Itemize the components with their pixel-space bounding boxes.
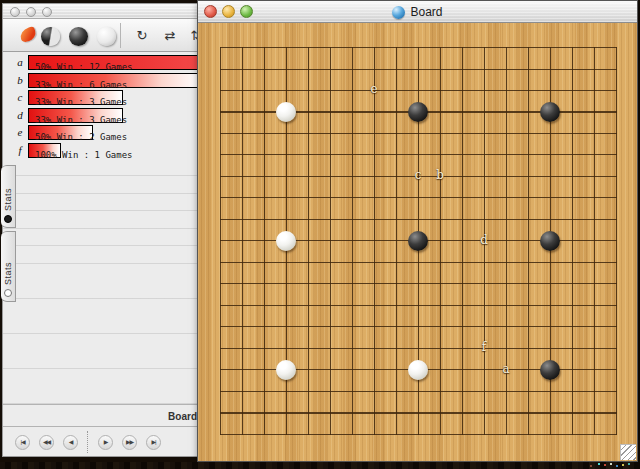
stat-win-bar[interactable]: 50% Win : 2 Games [28,125,93,140]
black-stone-K10 [408,231,428,251]
playback-bar: |◀◀◀◀▶▶▶▶| [3,426,197,457]
stat-row-letter: e [13,126,27,138]
move-label-f[interactable]: f [477,340,491,354]
stat-row[interactable]: b33% Win : 6 Games [3,72,197,90]
stat-win-bar[interactable]: 33% Win : 3 Games [28,90,123,105]
app-logo-icon[interactable] [18,26,37,43]
half-stone-icon[interactable] [41,27,60,46]
fast-forward-button[interactable]: ▶▶ [122,435,137,450]
stat-row[interactable]: d33% Win : 3 Games [3,107,197,125]
minimize-icon[interactable] [222,5,235,18]
black-stone-Q10 [540,231,560,251]
stat-row-letter: b [13,74,27,86]
rewind-button[interactable]: ◀◀ [39,435,54,450]
stats-window: ↻ ⇄ ⇅ a50% Win : 12 Gamesb33% Win : 6 Ga… [2,3,197,457]
black-stone-Q4 [540,360,560,380]
desktop-noise [0,462,640,469]
stat-row[interactable]: c33% Win : 3 Games [3,89,197,107]
stat-row[interactable]: f100% Win : 1 Games [3,142,197,160]
desktop: ↻ ⇄ ⇅ a50% Win : 12 Gamesb33% Win : 6 Ga… [0,0,640,469]
bottom-label-bar: Board [3,404,197,426]
zoom-icon[interactable] [42,7,52,17]
tab-label: Stats [3,262,13,285]
board-window-titlebar[interactable]: Board [198,1,637,23]
black-stone-Q16 [540,102,560,122]
minimize-icon[interactable] [26,7,36,17]
black-stone-icon [4,215,12,223]
stat-win-bar[interactable]: 33% Win : 3 Games [28,108,123,123]
previous-move-button[interactable]: ◀ [63,435,78,450]
stats-window-titlebar[interactable] [3,4,197,19]
empty-list-area [3,159,197,404]
first-move-button[interactable]: |◀ [15,435,30,450]
stats-drawer-tab-white[interactable]: Stats [1,231,16,302]
white-stone-icon[interactable] [97,27,116,46]
move-label-e[interactable]: e [367,82,381,96]
move-label-a[interactable]: a [499,362,513,376]
white-stone-D4 [276,360,296,380]
resize-grip-icon[interactable] [620,444,636,460]
white-stone-D10 [276,231,296,251]
board-window: Board abcdef [197,0,638,462]
stat-row[interactable]: e50% Win : 2 Games [3,124,197,142]
black-stone-icon[interactable] [69,27,88,46]
stat-win-bar[interactable]: 50% Win : 12 Games [28,55,200,70]
white-stone-icon [4,289,12,297]
zoom-icon[interactable] [240,5,253,18]
white-stone-D16 [276,102,296,122]
stat-row[interactable]: a50% Win : 12 Games [3,54,197,72]
board-window-title: Board [198,1,637,23]
window-title-text: Board [410,5,442,19]
next-move-button[interactable]: ▶ [98,435,113,450]
stats-drawer-tab-black[interactable]: Stats [1,165,16,228]
toolbar-separator [120,23,121,48]
stat-row-letter: a [13,56,27,68]
close-icon[interactable] [204,5,217,18]
tab-label: Stats [3,188,13,211]
go-stone-app-icon [392,6,405,19]
stat-row-letter: d [13,109,27,121]
move-label-d[interactable]: d [477,233,491,247]
go-board[interactable]: abcdef [198,23,637,461]
stat-win-bar[interactable]: 33% Win : 6 Games [28,73,200,88]
stat-row-letter: f [13,144,27,156]
black-stone-K16 [408,102,428,122]
move-label-b[interactable]: b [433,168,447,182]
stat-row-letter: c [13,91,27,103]
go-board-grid[interactable]: abcdef [220,47,617,435]
close-icon[interactable] [10,7,20,17]
playback-divider [87,431,89,453]
last-move-button[interactable]: ▶| [146,435,161,450]
stats-rows: a50% Win : 12 Gamesb33% Win : 6 Gamesc33… [3,54,197,159]
stats-toolbar: ↻ ⇄ ⇅ [3,19,197,52]
stat-win-bar[interactable]: 100% Win : 1 Games [28,143,61,158]
board-popup-label: Board [168,411,197,422]
white-stone-K4 [408,360,428,380]
compression-artifacts [598,463,600,465]
swap-colors-icon[interactable]: ⇄ [161,27,179,45]
rotate-icon[interactable]: ↻ [133,27,151,45]
move-label-c[interactable]: c [411,168,425,182]
